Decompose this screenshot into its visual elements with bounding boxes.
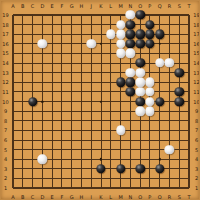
intersection-M10[interactable] xyxy=(116,97,126,107)
intersection-D12[interactable] xyxy=(37,77,47,87)
intersection-B9[interactable] xyxy=(18,106,28,116)
intersection-J8[interactable] xyxy=(86,116,96,126)
intersection-R13[interactable] xyxy=(165,68,175,78)
intersection-B5[interactable] xyxy=(18,145,28,155)
intersection-Q1[interactable] xyxy=(155,183,165,193)
intersection-M6[interactable] xyxy=(116,135,126,145)
intersection-N3[interactable] xyxy=(125,164,135,174)
intersection-L11[interactable] xyxy=(106,87,116,97)
intersection-H2[interactable] xyxy=(77,174,87,184)
intersection-E10[interactable] xyxy=(47,97,57,107)
intersection-R6[interactable] xyxy=(165,135,175,145)
intersection-C7[interactable] xyxy=(28,126,38,136)
intersection-G4[interactable] xyxy=(67,154,77,164)
intersection-K9[interactable] xyxy=(96,106,106,116)
intersection-D5[interactable] xyxy=(37,145,47,155)
intersection-M13[interactable] xyxy=(116,68,126,78)
intersection-S19[interactable] xyxy=(174,10,184,20)
intersection-T18[interactable] xyxy=(184,20,194,30)
intersection-A9[interactable] xyxy=(8,106,18,116)
intersection-C19[interactable] xyxy=(28,10,38,20)
intersection-A10[interactable] xyxy=(8,97,18,107)
intersection-K17[interactable] xyxy=(96,29,106,39)
intersection-J17[interactable] xyxy=(86,29,96,39)
intersection-P15[interactable] xyxy=(145,49,155,59)
intersection-H4[interactable] xyxy=(77,154,87,164)
intersection-A15[interactable] xyxy=(8,49,18,59)
intersection-K11[interactable] xyxy=(96,87,106,97)
intersection-K2[interactable] xyxy=(96,174,106,184)
intersection-L14[interactable] xyxy=(106,58,116,68)
intersection-A6[interactable] xyxy=(8,135,18,145)
intersection-J15[interactable] xyxy=(86,49,96,59)
intersection-N7[interactable] xyxy=(125,126,135,136)
intersection-H14[interactable] xyxy=(77,58,87,68)
intersection-C14[interactable] xyxy=(28,58,38,68)
intersection-A16[interactable] xyxy=(8,39,18,49)
intersection-J2[interactable] xyxy=(86,174,96,184)
intersection-R16[interactable] xyxy=(165,39,175,49)
intersection-K15[interactable] xyxy=(96,49,106,59)
intersection-R12[interactable] xyxy=(165,77,175,87)
intersection-K16[interactable] xyxy=(96,39,106,49)
intersection-L4[interactable] xyxy=(106,154,116,164)
intersection-A17[interactable] xyxy=(8,29,18,39)
intersection-K7[interactable] xyxy=(96,126,106,136)
intersection-E5[interactable] xyxy=(47,145,57,155)
intersection-J3[interactable] xyxy=(86,164,96,174)
intersection-R15[interactable] xyxy=(165,49,175,59)
intersection-F12[interactable] xyxy=(57,77,67,87)
intersection-A14[interactable] xyxy=(8,58,18,68)
intersection-E2[interactable] xyxy=(47,174,57,184)
intersection-H5[interactable] xyxy=(77,145,87,155)
intersection-T7[interactable] xyxy=(184,126,194,136)
intersection-P4[interactable] xyxy=(145,154,155,164)
intersection-T4[interactable] xyxy=(184,154,194,164)
intersection-E15[interactable] xyxy=(47,49,57,59)
intersection-J12[interactable] xyxy=(86,77,96,87)
intersection-E11[interactable] xyxy=(47,87,57,97)
intersection-K18[interactable] xyxy=(96,20,106,30)
intersection-E7[interactable] xyxy=(47,126,57,136)
intersection-F19[interactable] xyxy=(57,10,67,20)
intersection-L10[interactable] xyxy=(106,97,116,107)
intersection-S9[interactable] xyxy=(174,106,184,116)
intersection-K13[interactable] xyxy=(96,68,106,78)
intersection-T8[interactable] xyxy=(184,116,194,126)
intersection-J14[interactable] xyxy=(86,58,96,68)
intersection-S15[interactable] xyxy=(174,49,184,59)
intersection-F11[interactable] xyxy=(57,87,67,97)
intersection-C12[interactable] xyxy=(28,77,38,87)
intersection-S16[interactable] xyxy=(174,39,184,49)
intersection-R18[interactable] xyxy=(165,20,175,30)
intersection-Q5[interactable] xyxy=(155,145,165,155)
intersection-E1[interactable] xyxy=(47,183,57,193)
intersection-N14[interactable] xyxy=(125,58,135,68)
intersection-P14[interactable] xyxy=(145,58,155,68)
intersection-Q7[interactable] xyxy=(155,126,165,136)
intersection-E3[interactable] xyxy=(47,164,57,174)
intersection-N8[interactable] xyxy=(125,116,135,126)
intersection-C13[interactable] xyxy=(28,68,38,78)
intersection-D6[interactable] xyxy=(37,135,47,145)
intersection-C8[interactable] xyxy=(28,116,38,126)
intersection-S3[interactable] xyxy=(174,164,184,174)
intersection-R7[interactable] xyxy=(165,126,175,136)
intersection-F5[interactable] xyxy=(57,145,67,155)
intersection-C15[interactable] xyxy=(28,49,38,59)
intersection-A13[interactable] xyxy=(8,68,18,78)
intersection-F1[interactable] xyxy=(57,183,67,193)
intersection-T1[interactable] xyxy=(184,183,194,193)
intersection-A2[interactable] xyxy=(8,174,18,184)
intersection-A7[interactable] xyxy=(8,126,18,136)
intersection-M9[interactable] xyxy=(116,106,126,116)
intersection-J4[interactable] xyxy=(86,154,96,164)
intersection-O15[interactable] xyxy=(135,49,145,59)
intersection-O5[interactable] xyxy=(135,145,145,155)
intersection-S17[interactable] xyxy=(174,29,184,39)
intersection-D14[interactable] xyxy=(37,58,47,68)
intersection-M5[interactable] xyxy=(116,145,126,155)
intersection-B16[interactable] xyxy=(18,39,28,49)
intersection-R8[interactable] xyxy=(165,116,175,126)
intersection-E4[interactable] xyxy=(47,154,57,164)
intersection-B6[interactable] xyxy=(18,135,28,145)
intersection-L2[interactable] xyxy=(106,174,116,184)
intersection-G6[interactable] xyxy=(67,135,77,145)
intersection-T14[interactable] xyxy=(184,58,194,68)
intersection-C3[interactable] xyxy=(28,164,38,174)
intersection-A5[interactable] xyxy=(8,145,18,155)
intersection-H18[interactable] xyxy=(77,20,87,30)
intersection-C5[interactable] xyxy=(28,145,38,155)
intersection-K6[interactable] xyxy=(96,135,106,145)
intersection-K10[interactable] xyxy=(96,97,106,107)
intersection-P3[interactable] xyxy=(145,164,155,174)
intersection-H6[interactable] xyxy=(77,135,87,145)
intersection-A4[interactable] xyxy=(8,154,18,164)
intersection-M14[interactable] xyxy=(116,58,126,68)
intersection-Q19[interactable] xyxy=(155,10,165,20)
intersection-F13[interactable] xyxy=(57,68,67,78)
intersection-T11[interactable] xyxy=(184,87,194,97)
intersection-M11[interactable] xyxy=(116,87,126,97)
intersection-O18[interactable] xyxy=(135,20,145,30)
intersection-J1[interactable] xyxy=(86,183,96,193)
intersection-N4[interactable] xyxy=(125,154,135,164)
intersection-K5[interactable] xyxy=(96,145,106,155)
intersection-Q8[interactable] xyxy=(155,116,165,126)
intersection-A3[interactable] xyxy=(8,164,18,174)
intersection-H15[interactable] xyxy=(77,49,87,59)
intersection-D11[interactable] xyxy=(37,87,47,97)
intersection-M2[interactable] xyxy=(116,174,126,184)
intersection-N2[interactable] xyxy=(125,174,135,184)
intersection-J7[interactable] xyxy=(86,126,96,136)
intersection-D18[interactable] xyxy=(37,20,47,30)
intersection-R1[interactable] xyxy=(165,183,175,193)
intersection-A8[interactable] xyxy=(8,116,18,126)
intersection-L15[interactable] xyxy=(106,49,116,59)
intersection-B13[interactable] xyxy=(18,68,28,78)
intersection-H11[interactable] xyxy=(77,87,87,97)
intersection-J9[interactable] xyxy=(86,106,96,116)
intersection-F3[interactable] xyxy=(57,164,67,174)
intersection-B11[interactable] xyxy=(18,87,28,97)
intersection-L5[interactable] xyxy=(106,145,116,155)
intersection-T13[interactable] xyxy=(184,68,194,78)
intersection-D17[interactable] xyxy=(37,29,47,39)
intersection-H12[interactable] xyxy=(77,77,87,87)
intersection-J11[interactable] xyxy=(86,87,96,97)
intersection-S12[interactable] xyxy=(174,77,184,87)
intersection-Q6[interactable] xyxy=(155,135,165,145)
intersection-H10[interactable] xyxy=(77,97,87,107)
intersection-O1[interactable] xyxy=(135,183,145,193)
intersection-E8[interactable] xyxy=(47,116,57,126)
intersection-K4[interactable] xyxy=(96,154,106,164)
intersection-L13[interactable] xyxy=(106,68,116,78)
intersection-C6[interactable] xyxy=(28,135,38,145)
intersection-C16[interactable] xyxy=(28,39,38,49)
intersection-F15[interactable] xyxy=(57,49,67,59)
intersection-Q18[interactable] xyxy=(155,20,165,30)
intersection-H3[interactable] xyxy=(77,164,87,174)
intersection-T12[interactable] xyxy=(184,77,194,87)
intersection-Q9[interactable] xyxy=(155,106,165,116)
intersection-P2[interactable] xyxy=(145,174,155,184)
intersection-B12[interactable] xyxy=(18,77,28,87)
intersection-T19[interactable] xyxy=(184,10,194,20)
intersection-C1[interactable] xyxy=(28,183,38,193)
intersection-G8[interactable] xyxy=(67,116,77,126)
intersection-F9[interactable] xyxy=(57,106,67,116)
intersection-B3[interactable] xyxy=(18,164,28,174)
intersection-H17[interactable] xyxy=(77,29,87,39)
intersection-E16[interactable] xyxy=(47,39,57,49)
intersection-T6[interactable] xyxy=(184,135,194,145)
intersection-G15[interactable] xyxy=(67,49,77,59)
intersection-L8[interactable] xyxy=(106,116,116,126)
intersection-F18[interactable] xyxy=(57,20,67,30)
intersection-Q12[interactable] xyxy=(155,77,165,87)
intersection-P5[interactable] xyxy=(145,145,155,155)
intersection-T15[interactable] xyxy=(184,49,194,59)
intersection-B14[interactable] xyxy=(18,58,28,68)
intersection-S6[interactable] xyxy=(174,135,184,145)
intersection-G10[interactable] xyxy=(67,97,77,107)
intersection-E9[interactable] xyxy=(47,106,57,116)
intersection-T2[interactable] xyxy=(184,174,194,184)
intersection-L9[interactable] xyxy=(106,106,116,116)
intersection-B8[interactable] xyxy=(18,116,28,126)
intersection-B2[interactable] xyxy=(18,174,28,184)
intersection-N5[interactable] xyxy=(125,145,135,155)
intersection-L16[interactable] xyxy=(106,39,116,49)
intersection-Q15[interactable] xyxy=(155,49,165,59)
intersection-B18[interactable] xyxy=(18,20,28,30)
intersection-M1[interactable] xyxy=(116,183,126,193)
intersection-T9[interactable] xyxy=(184,106,194,116)
intersection-E6[interactable] xyxy=(47,135,57,145)
intersection-S14[interactable] xyxy=(174,58,184,68)
intersection-T3[interactable] xyxy=(184,164,194,174)
intersection-R9[interactable] xyxy=(165,106,175,116)
intersection-E14[interactable] xyxy=(47,58,57,68)
intersection-J19[interactable] xyxy=(86,10,96,20)
intersection-G16[interactable] xyxy=(67,39,77,49)
intersection-H13[interactable] xyxy=(77,68,87,78)
intersection-M19[interactable] xyxy=(116,10,126,20)
intersection-N1[interactable] xyxy=(125,183,135,193)
intersection-T16[interactable] xyxy=(184,39,194,49)
intersection-E12[interactable] xyxy=(47,77,57,87)
intersection-C11[interactable] xyxy=(28,87,38,97)
intersection-G1[interactable] xyxy=(67,183,77,193)
intersection-T10[interactable] xyxy=(184,97,194,107)
intersection-F10[interactable] xyxy=(57,97,67,107)
intersection-Q11[interactable] xyxy=(155,87,165,97)
intersection-S5[interactable] xyxy=(174,145,184,155)
intersection-G12[interactable] xyxy=(67,77,77,87)
intersection-P8[interactable] xyxy=(145,116,155,126)
intersection-A18[interactable] xyxy=(8,20,18,30)
intersection-C17[interactable] xyxy=(28,29,38,39)
intersection-K19[interactable] xyxy=(96,10,106,20)
intersection-S8[interactable] xyxy=(174,116,184,126)
intersection-D7[interactable] xyxy=(37,126,47,136)
intersection-L7[interactable] xyxy=(106,126,116,136)
intersection-R19[interactable] xyxy=(165,10,175,20)
intersection-G3[interactable] xyxy=(67,164,77,174)
intersection-J6[interactable] xyxy=(86,135,96,145)
intersection-D19[interactable] xyxy=(37,10,47,20)
intersection-O8[interactable] xyxy=(135,116,145,126)
intersection-P7[interactable] xyxy=(145,126,155,136)
intersection-F6[interactable] xyxy=(57,135,67,145)
intersection-F17[interactable] xyxy=(57,29,67,39)
intersection-R4[interactable] xyxy=(165,154,175,164)
intersection-P6[interactable] xyxy=(145,135,155,145)
intersection-S4[interactable] xyxy=(174,154,184,164)
intersection-L6[interactable] xyxy=(106,135,116,145)
intersection-P19[interactable] xyxy=(145,10,155,20)
intersection-E19[interactable] xyxy=(47,10,57,20)
intersection-C18[interactable] xyxy=(28,20,38,30)
intersection-R3[interactable] xyxy=(165,164,175,174)
intersection-M8[interactable] xyxy=(116,116,126,126)
intersection-K12[interactable] xyxy=(96,77,106,87)
intersection-L1[interactable] xyxy=(106,183,116,193)
intersection-A1[interactable] xyxy=(8,183,18,193)
intersection-F7[interactable] xyxy=(57,126,67,136)
intersection-O4[interactable] xyxy=(135,154,145,164)
intersection-B17[interactable] xyxy=(18,29,28,39)
intersection-G19[interactable] xyxy=(67,10,77,20)
intersection-C2[interactable] xyxy=(28,174,38,184)
intersection-F4[interactable] xyxy=(57,154,67,164)
intersection-O7[interactable] xyxy=(135,126,145,136)
intersection-E18[interactable] xyxy=(47,20,57,30)
intersection-B10[interactable] xyxy=(18,97,28,107)
intersection-E13[interactable] xyxy=(47,68,57,78)
intersection-J5[interactable] xyxy=(86,145,96,155)
intersection-B19[interactable] xyxy=(18,10,28,20)
intersection-G2[interactable] xyxy=(67,174,77,184)
intersection-H8[interactable] xyxy=(77,116,87,126)
intersection-K1[interactable] xyxy=(96,183,106,193)
intersection-G5[interactable] xyxy=(67,145,77,155)
intersection-R17[interactable] xyxy=(165,29,175,39)
intersection-L3[interactable] xyxy=(106,164,116,174)
intersection-B7[interactable] xyxy=(18,126,28,136)
intersection-F16[interactable] xyxy=(57,39,67,49)
intersection-T5[interactable] xyxy=(184,145,194,155)
intersection-K14[interactable] xyxy=(96,58,106,68)
intersection-S1[interactable] xyxy=(174,183,184,193)
intersection-F2[interactable] xyxy=(57,174,67,184)
intersection-G17[interactable] xyxy=(67,29,77,39)
intersection-R11[interactable] xyxy=(165,87,175,97)
intersection-S2[interactable] xyxy=(174,174,184,184)
intersection-G7[interactable] xyxy=(67,126,77,136)
intersection-G11[interactable] xyxy=(67,87,77,97)
intersection-K8[interactable] xyxy=(96,116,106,126)
intersection-J13[interactable] xyxy=(86,68,96,78)
intersection-M4[interactable] xyxy=(116,154,126,164)
intersection-B4[interactable] xyxy=(18,154,28,164)
intersection-P1[interactable] xyxy=(145,183,155,193)
intersection-B15[interactable] xyxy=(18,49,28,59)
intersection-Q16[interactable] xyxy=(155,39,165,49)
intersection-P13[interactable] xyxy=(145,68,155,78)
intersection-F8[interactable] xyxy=(57,116,67,126)
intersection-N6[interactable] xyxy=(125,135,135,145)
intersection-G9[interactable] xyxy=(67,106,77,116)
intersection-B1[interactable] xyxy=(18,183,28,193)
intersection-T17[interactable] xyxy=(184,29,194,39)
intersection-H9[interactable] xyxy=(77,106,87,116)
intersection-D15[interactable] xyxy=(37,49,47,59)
intersection-C4[interactable] xyxy=(28,154,38,164)
intersection-H1[interactable] xyxy=(77,183,87,193)
intersection-F14[interactable] xyxy=(57,58,67,68)
intersection-O2[interactable] xyxy=(135,174,145,184)
intersection-A19[interactable] xyxy=(8,10,18,20)
intersection-R10[interactable] xyxy=(165,97,175,107)
intersection-Q13[interactable] xyxy=(155,68,165,78)
intersection-G13[interactable] xyxy=(67,68,77,78)
intersection-O6[interactable] xyxy=(135,135,145,145)
intersection-S7[interactable] xyxy=(174,126,184,136)
intersection-G14[interactable] xyxy=(67,58,77,68)
intersection-E17[interactable] xyxy=(47,29,57,39)
intersection-D10[interactable] xyxy=(37,97,47,107)
intersection-H16[interactable] xyxy=(77,39,87,49)
intersection-A12[interactable] xyxy=(8,77,18,87)
intersection-J18[interactable] xyxy=(86,20,96,30)
intersection-H19[interactable] xyxy=(77,10,87,20)
intersection-S18[interactable] xyxy=(174,20,184,30)
intersection-A11[interactable] xyxy=(8,87,18,97)
intersection-D3[interactable] xyxy=(37,164,47,174)
intersection-D13[interactable] xyxy=(37,68,47,78)
intersection-Q4[interactable] xyxy=(155,154,165,164)
intersection-C9[interactable] xyxy=(28,106,38,116)
